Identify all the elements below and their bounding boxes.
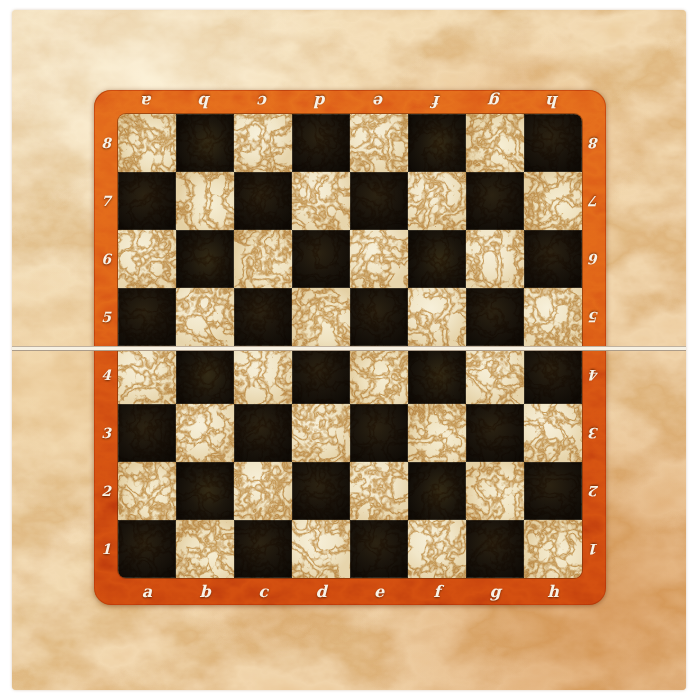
file-label-top-4: e bbox=[350, 90, 408, 114]
file-label-top-0: a bbox=[118, 90, 176, 114]
rank-label-left-4: 4 bbox=[94, 346, 118, 404]
rank-label-left-5: 3 bbox=[94, 404, 118, 462]
file-label-top-5: f bbox=[408, 90, 466, 114]
rank-label-right-7: 1 bbox=[582, 520, 606, 578]
rank-label-left-3: 5 bbox=[94, 288, 118, 346]
file-label-bottom-0: a bbox=[118, 578, 176, 605]
rank-label-right-2: 6 bbox=[582, 230, 606, 288]
rank-label-left-6: 2 bbox=[94, 462, 118, 520]
rank-label-right-1: 7 bbox=[582, 172, 606, 230]
rank-label-right-4: 4 bbox=[582, 346, 606, 404]
rank-label-right-0: 8 bbox=[582, 114, 606, 172]
chessboard-photo: abcdefgh abcdefgh 87654321 87654321 bbox=[0, 0, 700, 700]
file-label-bottom-6: g bbox=[466, 578, 524, 605]
file-label-bottom-3: d bbox=[292, 578, 350, 605]
file-label-bottom-5: f bbox=[408, 578, 466, 605]
file-label-top-1: b bbox=[176, 90, 234, 114]
rank-label-right-5: 3 bbox=[582, 404, 606, 462]
file-label-bottom-2: c bbox=[234, 578, 292, 605]
file-label-top-6: g bbox=[466, 90, 524, 114]
rank-label-right-3: 5 bbox=[582, 288, 606, 346]
file-labels-bottom: abcdefgh bbox=[118, 578, 582, 605]
file-label-top-7: h bbox=[524, 90, 582, 114]
file-label-top-3: d bbox=[292, 90, 350, 114]
fold-seam bbox=[12, 346, 686, 351]
file-labels-top: abcdefgh bbox=[118, 90, 582, 114]
rank-label-right-6: 2 bbox=[582, 462, 606, 520]
rank-label-left-7: 1 bbox=[94, 520, 118, 578]
file-label-bottom-4: e bbox=[350, 578, 408, 605]
rank-label-left-2: 6 bbox=[94, 230, 118, 288]
rank-label-left-0: 8 bbox=[94, 114, 118, 172]
file-label-top-2: c bbox=[234, 90, 292, 114]
file-label-bottom-7: h bbox=[524, 578, 582, 605]
rank-label-left-1: 7 bbox=[94, 172, 118, 230]
file-label-bottom-1: b bbox=[176, 578, 234, 605]
